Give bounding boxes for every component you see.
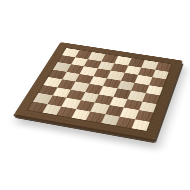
product-photo-background: [0, 0, 190, 190]
chess-board-squares: [26, 47, 172, 131]
square-h1: [131, 119, 150, 131]
chess-board: [14, 42, 183, 139]
